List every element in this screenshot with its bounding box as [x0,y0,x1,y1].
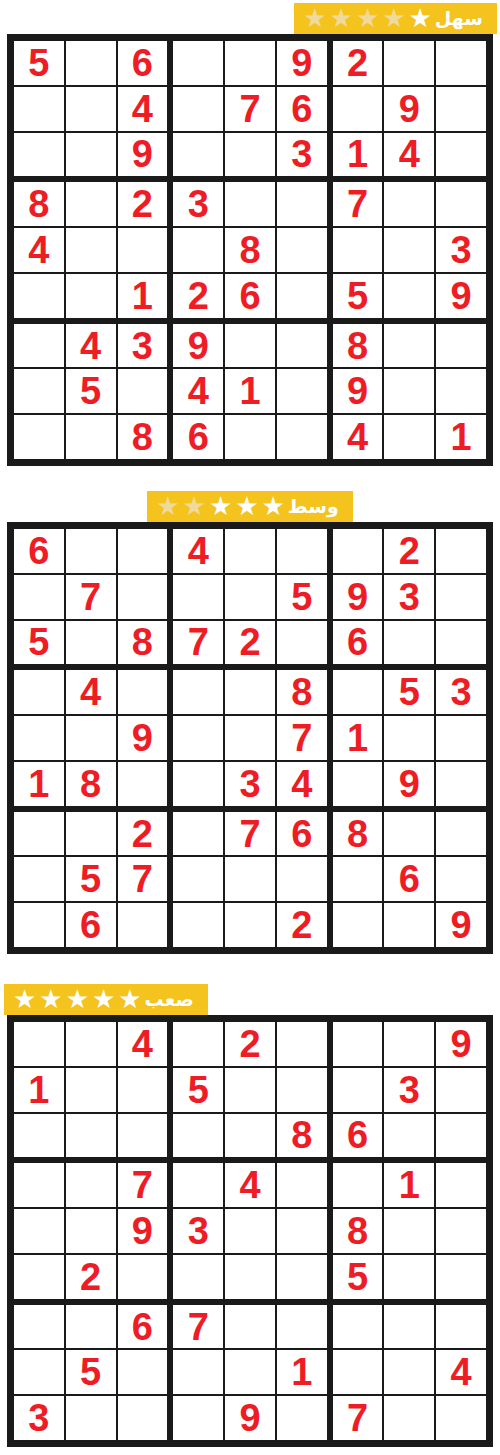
sudoku-cell-r2c3[interactable]: 4 [118,87,168,131]
sudoku-cell-r1c6[interactable]: 9 [277,41,327,85]
sudoku-cell-r1c9[interactable] [436,41,486,85]
star-icon: ★ [262,493,285,519]
sudoku-cell-r4c1[interactable] [14,670,64,714]
sudoku-cell-r5c3[interactable]: 9 [118,716,168,760]
sudoku-cell-r3c4[interactable]: 7 [173,621,223,665]
sudoku-box-8: 762 [173,812,326,947]
sudoku-cell-r4c4[interactable] [173,670,223,714]
sudoku-cell-r7c6[interactable] [277,1305,327,1349]
sudoku-box-7: 653 [14,1305,167,1440]
sudoku-cell-r2c1[interactable] [14,87,64,131]
sudoku-cell-r4c5[interactable]: 4 [225,1163,275,1207]
sudoku-cell-r8c8[interactable] [384,369,434,413]
sudoku-cell-r4c5[interactable] [225,670,275,714]
sudoku-cell-r6c4[interactable] [173,762,223,806]
sudoku-cell-r6c3[interactable] [118,1255,168,1299]
star-icon: ★ [409,5,432,31]
sudoku-cell-r6c3[interactable]: 1 [118,274,168,318]
star-icon: ★ [356,5,379,31]
sudoku-cell-r4c6[interactable] [277,182,327,226]
sudoku-cell-r1c4[interactable]: 4 [173,529,223,573]
sudoku-cell-r3c1[interactable] [14,1114,64,1158]
sudoku-cell-r1c2[interactable] [66,529,116,573]
sudoku-cell-r8c1[interactable] [14,1350,64,1394]
sudoku-box-2: 9763 [173,41,326,176]
sudoku-cell-r4c3[interactable]: 2 [118,182,168,226]
sudoku-cell-r7c9[interactable] [436,324,486,368]
sudoku-cell-r2c5[interactable] [225,1068,275,1112]
star-icon: ★ [330,5,353,31]
sudoku-cell-r2c6[interactable] [277,1068,327,1112]
sudoku-cell-r5c9[interactable] [436,716,486,760]
sudoku-cell-r3c9[interactable] [436,1114,486,1158]
sudoku-cell-r2c6[interactable]: 6 [277,87,327,131]
sudoku-cell-r6c8[interactable]: 9 [384,762,434,806]
sudoku-cell-r9c2[interactable] [66,1396,116,1440]
sudoku-cell-r1c7[interactable] [333,1022,383,1066]
sudoku-box-5: 3826 [173,182,326,317]
sudoku-cell-r3c4[interactable] [173,133,223,177]
sudoku-cell-r5c8[interactable] [384,1209,434,1253]
sudoku-cell-r8c3[interactable] [118,369,168,413]
sudoku-cell-r3c1[interactable]: 5 [14,621,64,665]
sudoku-box-9: 47 [333,1305,486,1440]
sudoku-cell-r7c5[interactable] [225,1305,275,1349]
sudoku-cell-r2c4[interactable]: 5 [173,1068,223,1112]
sudoku-cell-r4c8[interactable] [384,182,434,226]
sudoku-cell-r5c2[interactable] [66,716,116,760]
difficulty-bar-medium: ★★★★★ وسط [147,491,352,522]
sudoku-cell-r7c2[interactable] [66,1305,116,1349]
sudoku-cell-r4c1[interactable]: 8 [14,182,64,226]
sudoku-box-5: 43 [173,1163,326,1298]
sudoku-cell-r6c5[interactable]: 6 [225,274,275,318]
sudoku-cell-r1c8[interactable] [384,1022,434,1066]
sudoku-cell-r7c5[interactable]: 7 [225,812,275,856]
sudoku-cell-r8c5[interactable] [225,857,275,901]
sudoku-cell-r9c5[interactable] [225,903,275,947]
sudoku-cell-r5c7[interactable]: 8 [333,1209,383,1253]
sudoku-cell-r9c9[interactable] [436,1396,486,1440]
sudoku-box-4: 8241 [14,182,167,317]
sudoku-cell-r3c2[interactable] [66,1114,116,1158]
sudoku-cell-r3c3[interactable]: 8 [118,621,168,665]
sudoku-cell-r8c2[interactable]: 5 [66,369,116,413]
star-icon: ★ [92,986,115,1012]
sudoku-cell-r2c1[interactable]: 1 [14,1068,64,1112]
sudoku-cell-r5c8[interactable] [384,716,434,760]
sudoku-cell-r4c5[interactable] [225,182,275,226]
sudoku-cell-r4c7[interactable]: 7 [333,182,383,226]
sudoku-cell-r6c7[interactable]: 5 [333,1255,383,1299]
sudoku-box-3: 936 [333,1022,486,1157]
sudoku-box-9: 8941 [333,324,486,459]
sudoku-cell-r5c9[interactable]: 3 [436,228,486,272]
sudoku-box-8: 9416 [173,324,326,459]
sudoku-cell-r7c8[interactable] [384,1305,434,1349]
sudoku-cell-r5c4[interactable] [173,716,223,760]
sudoku-cell-r2c7[interactable] [333,1068,383,1112]
sudoku-cell-r5c5[interactable] [225,1209,275,1253]
star-icon: ★ [156,493,179,519]
sudoku-cell-r6c2[interactable] [66,274,116,318]
sudoku-cell-r9c4[interactable] [173,903,223,947]
sudoku-cell-r4c2[interactable] [66,182,116,226]
sudoku-cell-r7c3[interactable]: 6 [118,1305,168,1349]
sudoku-cell-r8c6[interactable]: 1 [277,1350,327,1394]
sudoku-cell-r2c2[interactable] [66,1068,116,1112]
sudoku-cell-r3c5[interactable]: 2 [225,621,275,665]
sudoku-cell-r1c1[interactable]: 6 [14,529,64,573]
sudoku-cell-r3c7[interactable]: 1 [333,133,383,177]
puzzle-medium-header-row: ★★★★★ وسط [0,491,500,522]
sudoku-cell-r6c5[interactable] [225,1255,275,1299]
sudoku-cell-r6c7[interactable]: 5 [333,274,383,318]
sudoku-cell-r2c8[interactable]: 3 [384,1068,434,1112]
sudoku-box-1: 41 [14,1022,167,1157]
sudoku-cell-r9c6[interactable]: 2 [277,903,327,947]
sudoku-cell-r2c3[interactable] [118,575,168,619]
sudoku-cell-r4c6[interactable] [277,1163,327,1207]
sudoku-box-6: 185 [333,1163,486,1298]
sudoku-cell-r2c3[interactable] [118,1068,168,1112]
sudoku-cell-r9c3[interactable] [118,903,168,947]
sudoku-cell-r5c4[interactable]: 3 [173,1209,223,1253]
puzzle-medium: ★★★★★ وسط 675845722936491887345319257676… [0,491,500,954]
sudoku-cell-r7c4[interactable] [173,812,223,856]
sudoku-cell-r3c7[interactable]: 6 [333,621,383,665]
sudoku-cell-r4c8[interactable]: 1 [384,1163,434,1207]
sudoku-cell-r2c7[interactable] [333,87,383,131]
sudoku-cell-r7c7[interactable]: 8 [333,324,383,368]
sudoku-cell-r8c4[interactable]: 4 [173,369,223,413]
sudoku-cell-r1c6[interactable] [277,529,327,573]
sudoku-cell-r7c1[interactable] [14,324,64,368]
sudoku-cell-r2c6[interactable]: 5 [277,575,327,619]
sudoku-cell-r9c9[interactable]: 1 [436,415,486,459]
sudoku-cell-r9c4[interactable]: 6 [173,415,223,459]
star-icon: ★ [118,986,141,1012]
sudoku-cell-r2c7[interactable]: 9 [333,575,383,619]
sudoku-cell-r2c1[interactable] [14,575,64,619]
sudoku-cell-r3c6[interactable]: 3 [277,133,327,177]
sudoku-cell-r8c2[interactable]: 5 [66,1350,116,1394]
sudoku-box-8: 719 [173,1305,326,1440]
sudoku-cell-r1c4[interactable] [173,1022,223,1066]
sudoku-cell-r5c7[interactable]: 1 [333,716,383,760]
sudoku-cell-r4c2[interactable] [66,1163,116,1207]
sudoku-cell-r9c6[interactable] [277,415,327,459]
sudoku-cell-r6c3[interactable] [118,762,168,806]
sudoku-cell-r8c8[interactable]: 6 [384,857,434,901]
sudoku-cell-r8c7[interactable] [333,857,383,901]
sudoku-cell-r7c1[interactable] [14,1305,64,1349]
sudoku-cell-r1c7[interactable]: 2 [333,41,383,85]
sudoku-cell-r3c6[interactable] [277,621,327,665]
sudoku-cell-r9c8[interactable] [384,415,434,459]
sudoku-cell-r1c2[interactable] [66,1022,116,1066]
sudoku-cell-r1c3[interactable]: 6 [118,41,168,85]
sudoku-cell-r3c6[interactable]: 8 [277,1114,327,1158]
sudoku-cell-r3c8[interactable] [384,1114,434,1158]
difficulty-label-easy: سهل [435,9,483,28]
sudoku-cell-r6c2[interactable]: 2 [66,1255,116,1299]
sudoku-page: ★★★★★ سهل 564997632914824138267359435894… [0,0,500,1455]
sudoku-box-7: 4358 [14,324,167,459]
star-icon: ★ [382,5,405,31]
sudoku-board-medium: 6758457229364918873453192576762869 [7,522,493,954]
sudoku-cell-r8c2[interactable]: 5 [66,857,116,901]
sudoku-cell-r9c2[interactable]: 6 [66,903,116,947]
sudoku-cell-r6c9[interactable] [436,1255,486,1299]
sudoku-cell-r6c9[interactable]: 9 [436,274,486,318]
sudoku-cell-r4c1[interactable] [14,1163,64,1207]
sudoku-cell-r8c6[interactable] [277,369,327,413]
sudoku-cell-r3c8[interactable] [384,621,434,665]
sudoku-cell-r2c5[interactable] [225,575,275,619]
sudoku-cell-r5c5[interactable]: 8 [225,228,275,272]
sudoku-cell-r1c9[interactable] [436,529,486,573]
sudoku-cell-r1c2[interactable] [66,41,116,85]
sudoku-cell-r6c4[interactable] [173,1255,223,1299]
sudoku-cell-r8c8[interactable] [384,1350,434,1394]
sudoku-cell-r6c6[interactable] [277,274,327,318]
star-icon: ★ [183,493,206,519]
sudoku-cell-r5c8[interactable] [384,228,434,272]
sudoku-cell-r7c9[interactable] [436,812,486,856]
sudoku-cell-r8c5[interactable] [225,1350,275,1394]
sudoku-cell-r2c4[interactable] [173,87,223,131]
sudoku-cell-r2c9[interactable] [436,1068,486,1112]
sudoku-cell-r3c5[interactable] [225,1114,275,1158]
sudoku-cell-r4c2[interactable]: 4 [66,670,116,714]
sudoku-cell-r6c4[interactable]: 2 [173,274,223,318]
sudoku-cell-r6c8[interactable] [384,274,434,318]
sudoku-cell-r6c5[interactable]: 3 [225,762,275,806]
sudoku-box-7: 2576 [14,812,167,947]
sudoku-cell-r9c4[interactable] [173,1396,223,1440]
sudoku-cell-r6c1[interactable] [14,274,64,318]
sudoku-cell-r4c7[interactable] [333,670,383,714]
sudoku-cell-r1c3[interactable] [118,529,168,573]
sudoku-cell-r1c4[interactable] [173,41,223,85]
sudoku-cell-r7c6[interactable]: 6 [277,812,327,856]
sudoku-cell-r8c7[interactable]: 9 [333,369,383,413]
sudoku-cell-r3c9[interactable] [436,133,486,177]
sudoku-cell-r1c5[interactable] [225,529,275,573]
sudoku-cell-r1c6[interactable] [277,1022,327,1066]
sudoku-cell-r7c9[interactable] [436,1305,486,1349]
sudoku-cell-r4c6[interactable]: 8 [277,670,327,714]
sudoku-cell-r5c6[interactable] [277,1209,327,1253]
sudoku-cell-r7c1[interactable] [14,812,64,856]
bottom-padding [0,1447,500,1455]
sudoku-cell-r3c2[interactable] [66,621,116,665]
star-rating-medium: ★★★★★ [156,495,285,519]
sudoku-cell-r9c3[interactable]: 8 [118,415,168,459]
sudoku-cell-r6c1[interactable]: 1 [14,762,64,806]
difficulty-bar-hard: ★★★★★ صعب [4,984,208,1015]
sudoku-cell-r6c1[interactable] [14,1255,64,1299]
sudoku-cell-r7c3[interactable]: 2 [118,812,168,856]
sudoku-cell-r5c6[interactable] [277,228,327,272]
sudoku-box-3: 2936 [333,529,486,664]
sudoku-cell-r8c4[interactable] [173,857,223,901]
sudoku-cell-r3c1[interactable] [14,133,64,177]
sudoku-cell-r9c5[interactable]: 9 [225,1396,275,1440]
star-icon: ★ [303,5,326,31]
sudoku-cell-r5c3[interactable]: 9 [118,1209,168,1253]
sudoku-cell-r1c5[interactable]: 2 [225,1022,275,1066]
sudoku-cell-r2c4[interactable] [173,575,223,619]
sudoku-cell-r7c6[interactable] [277,324,327,368]
sudoku-cell-r5c2[interactable] [66,228,116,272]
sudoku-cell-r7c7[interactable] [333,1305,383,1349]
star-icon: ★ [209,493,232,519]
sudoku-cell-r7c4[interactable]: 7 [173,1305,223,1349]
sudoku-cell-r3c2[interactable] [66,133,116,177]
sudoku-cell-r1c8[interactable] [384,41,434,85]
sudoku-cell-r9c3[interactable] [118,1396,168,1440]
sudoku-cell-r9c8[interactable] [384,903,434,947]
sudoku-cell-r5c9[interactable] [436,1209,486,1253]
sudoku-cell-r8c1[interactable] [14,857,64,901]
sudoku-cell-r7c2[interactable]: 4 [66,324,116,368]
star-icon: ★ [66,986,89,1012]
sudoku-cell-r4c3[interactable] [118,670,168,714]
sudoku-cell-r9c1[interactable] [14,415,64,459]
sudoku-cell-r5c6[interactable]: 7 [277,716,327,760]
sudoku-cell-r7c5[interactable] [225,324,275,368]
sudoku-cell-r6c6[interactable]: 4 [277,762,327,806]
sudoku-cell-r8c9[interactable] [436,369,486,413]
star-rating-hard: ★★★★★ [13,988,142,1012]
sudoku-cell-r9c8[interactable] [384,1396,434,1440]
sudoku-cell-r4c7[interactable] [333,1163,383,1207]
sudoku-cell-r5c1[interactable] [14,716,64,760]
star-rating-easy: ★★★★★ [303,7,432,31]
sudoku-cell-r9c1[interactable]: 3 [14,1396,64,1440]
sudoku-cell-r6c9[interactable] [436,762,486,806]
sudoku-cell-r7c8[interactable] [384,324,434,368]
sudoku-cell-r9c1[interactable] [14,903,64,947]
sudoku-cell-r3c4[interactable] [173,1114,223,1158]
sudoku-cell-r3c3[interactable]: 9 [118,133,168,177]
sudoku-cell-r4c4[interactable]: 3 [173,182,223,226]
sudoku-cell-r1c3[interactable]: 4 [118,1022,168,1066]
sudoku-cell-r3c9[interactable] [436,621,486,665]
sudoku-cell-r1c7[interactable] [333,529,383,573]
sudoku-cell-r5c1[interactable] [14,1209,64,1253]
sudoku-cell-r4c4[interactable] [173,1163,223,1207]
sudoku-cell-r1c8[interactable]: 2 [384,529,434,573]
puzzle-hard-header-row: ★★★★★ صعب [0,984,500,1015]
sudoku-cell-r5c2[interactable] [66,1209,116,1253]
sudoku-cell-r2c2[interactable] [66,87,116,131]
sudoku-cell-r5c3[interactable] [118,228,168,272]
sudoku-cell-r2c9[interactable] [436,575,486,619]
difficulty-label-hard: صعب [145,990,194,1009]
sudoku-cell-r7c4[interactable]: 9 [173,324,223,368]
sudoku-cell-r4c9[interactable]: 3 [436,670,486,714]
puzzle-easy: ★★★★★ سهل 564997632914824138267359435894… [0,0,500,466]
sudoku-cell-r6c8[interactable] [384,1255,434,1299]
sudoku-cell-r6c6[interactable] [277,1255,327,1299]
sudoku-cell-r2c8[interactable]: 9 [384,87,434,131]
sudoku-board-hard: 412589367924318565371947 [7,1015,493,1447]
sudoku-cell-r4c9[interactable] [436,182,486,226]
sudoku-cell-r1c9[interactable]: 9 [436,1022,486,1066]
difficulty-bar-easy: ★★★★★ سهل [294,3,497,34]
sudoku-cell-r1c1[interactable] [14,1022,64,1066]
sudoku-cell-r2c9[interactable] [436,87,486,131]
sudoku-cell-r5c5[interactable] [225,716,275,760]
sudoku-cell-r3c3[interactable] [118,1114,168,1158]
sudoku-box-5: 8734 [173,670,326,805]
sudoku-cell-r1c1[interactable]: 5 [14,41,64,85]
sudoku-cell-r8c6[interactable] [277,857,327,901]
sudoku-box-2: 258 [173,1022,326,1157]
sudoku-cell-r6c2[interactable]: 8 [66,762,116,806]
sudoku-cell-r8c5[interactable]: 1 [225,369,275,413]
sudoku-box-3: 2914 [333,41,486,176]
sudoku-cell-r9c5[interactable] [225,415,275,459]
sudoku-board-easy: 564997632914824138267359435894168941 [7,34,493,466]
sudoku-box-6: 5319 [333,670,486,805]
sudoku-cell-r7c3[interactable]: 3 [118,324,168,368]
sudoku-cell-r9c7[interactable]: 4 [333,415,383,459]
sudoku-box-4: 4918 [14,670,167,805]
sudoku-cell-r3c8[interactable]: 4 [384,133,434,177]
puzzle-easy-header-row: ★★★★★ سهل [0,0,500,34]
sudoku-cell-r2c2[interactable]: 7 [66,575,116,619]
sudoku-cell-r8c7[interactable] [333,1350,383,1394]
sudoku-cell-r9c7[interactable] [333,903,383,947]
sudoku-cell-r1c5[interactable] [225,41,275,85]
sudoku-cell-r9c7[interactable]: 7 [333,1396,383,1440]
sudoku-cell-r3c5[interactable] [225,133,275,177]
sudoku-box-1: 6758 [14,529,167,664]
sudoku-cell-r4c3[interactable]: 7 [118,1163,168,1207]
sudoku-cell-r6c7[interactable] [333,762,383,806]
sudoku-cell-r7c7[interactable]: 8 [333,812,383,856]
sudoku-cell-r9c2[interactable] [66,415,116,459]
sudoku-cell-r8c9[interactable] [436,857,486,901]
sudoku-cell-r8c9[interactable]: 4 [436,1350,486,1394]
sudoku-cell-r8c3[interactable] [118,1350,168,1394]
sudoku-cell-r7c8[interactable] [384,812,434,856]
sudoku-cell-r8c4[interactable] [173,1350,223,1394]
star-icon: ★ [235,493,258,519]
sudoku-box-6: 7359 [333,182,486,317]
sudoku-box-2: 4572 [173,529,326,664]
sudoku-cell-r5c4[interactable] [173,228,223,272]
sudoku-cell-r8c1[interactable] [14,369,64,413]
sudoku-cell-r4c8[interactable]: 5 [384,670,434,714]
sudoku-cell-r3c7[interactable]: 6 [333,1114,383,1158]
sudoku-cell-r9c9[interactable]: 9 [436,903,486,947]
star-icon: ★ [39,986,62,1012]
sudoku-cell-r4c9[interactable] [436,1163,486,1207]
sudoku-box-1: 5649 [14,41,167,176]
sudoku-cell-r5c7[interactable] [333,228,383,272]
sudoku-cell-r5c1[interactable]: 4 [14,228,64,272]
sudoku-cell-r9c6[interactable] [277,1396,327,1440]
sudoku-cell-r2c8[interactable]: 3 [384,575,434,619]
sudoku-cell-r2c5[interactable]: 7 [225,87,275,131]
sudoku-cell-r8c3[interactable]: 7 [118,857,168,901]
sudoku-cell-r7c2[interactable] [66,812,116,856]
